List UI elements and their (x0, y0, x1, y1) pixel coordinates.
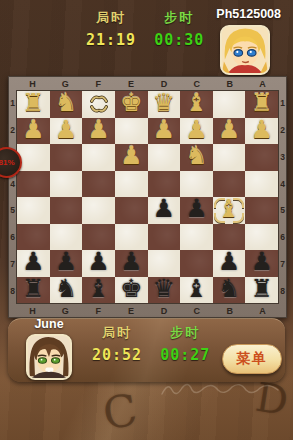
piece-bP-h7[interactable]: ♟ (22, 249, 44, 274)
move-time-value: 00:27 (160, 346, 210, 364)
square-g2[interactable]: ♟ (50, 118, 83, 145)
piece-bP-b7[interactable]: ♟ (218, 249, 240, 274)
player-name: June (26, 317, 72, 331)
square-e2[interactable] (115, 118, 148, 145)
piece-wP-e3[interactable]: ♟ (120, 143, 142, 168)
rank-label: 1 (277, 90, 288, 117)
piece-bR-h8[interactable]: ♜ (22, 276, 44, 301)
square-c1[interactable]: ♝ (180, 91, 213, 118)
square-a8[interactable]: ♜ (245, 277, 278, 304)
rank-labels-right: 12345678 (277, 90, 288, 304)
chess-app-root: 局时 21:19 步时 00:30 Ph5125008 HGFEDCBA (0, 0, 293, 440)
piece-wB-c1[interactable]: ♝ (185, 90, 207, 115)
square-c6[interactable] (180, 224, 213, 251)
square-e8[interactable]: ♚ (115, 277, 148, 304)
square-e3[interactable]: ♟ (115, 144, 148, 171)
piece-bR-a8[interactable]: ♜ (250, 276, 272, 301)
piece-bP-c5[interactable]: ♟ (185, 196, 207, 221)
square-f7[interactable]: ♟ (82, 250, 115, 277)
square-f4[interactable] (82, 171, 115, 198)
file-label: A (246, 304, 279, 317)
rank-label: 7 (277, 251, 288, 278)
square-f3[interactable] (82, 144, 115, 171)
rank-label: 2 (277, 117, 288, 144)
piece-bQ-d8[interactable]: ♛ (153, 276, 175, 301)
square-d5[interactable]: ♟ (148, 197, 181, 224)
rank-label: 4 (277, 170, 288, 197)
square-b7[interactable]: ♟ (213, 250, 246, 277)
square-a2[interactable]: ♟ (245, 118, 278, 145)
rank-label: 6 (7, 224, 18, 251)
file-label: F (82, 77, 115, 90)
piece-wP-a2[interactable]: ♟ (250, 117, 272, 142)
wood-letter-c: C (99, 384, 140, 440)
move-time-value: 00:30 (154, 31, 204, 49)
square-b4[interactable] (213, 171, 246, 198)
piece-wB-b5[interactable]: ♝ (218, 196, 240, 221)
player-move-clock: 步时 00:27 (160, 324, 210, 364)
square-a4[interactable] (245, 171, 278, 198)
opponent-avatar[interactable] (220, 25, 270, 75)
rank-label: 6 (277, 224, 288, 251)
square-f8[interactable]: ♝ (82, 277, 115, 304)
piece-wP-g2[interactable]: ♟ (55, 117, 77, 142)
square-g5[interactable] (50, 197, 83, 224)
square-f1[interactable] (82, 91, 115, 118)
last-move-from-marker (82, 91, 115, 118)
rank-label: 7 (7, 251, 18, 278)
square-h7[interactable]: ♟ (17, 250, 50, 277)
move-time-label: 步时 (170, 324, 200, 342)
square-h8[interactable]: ♜ (17, 277, 50, 304)
square-g4[interactable] (50, 171, 83, 198)
square-c3[interactable]: ♞ (180, 144, 213, 171)
piece-wQ-d1[interactable]: ♛ (153, 90, 175, 115)
square-g8[interactable]: ♞ (50, 277, 83, 304)
opponent-move-clock: 步时 00:30 (154, 9, 204, 49)
file-label: F (82, 304, 115, 317)
square-a1[interactable]: ♜ (245, 91, 278, 118)
file-label: C (180, 304, 213, 317)
square-a7[interactable]: ♟ (245, 250, 278, 277)
square-b5[interactable]: ♝ (213, 197, 246, 224)
rank-label: 3 (277, 144, 288, 171)
square-g7[interactable]: ♟ (50, 250, 83, 277)
square-h3[interactable] (17, 144, 50, 171)
square-a3[interactable] (245, 144, 278, 171)
square-b6[interactable] (213, 224, 246, 251)
square-d1[interactable]: ♛ (148, 91, 181, 118)
game-time-value: 21:19 (86, 31, 136, 49)
file-labels-bottom: HGFEDCBA (16, 304, 279, 317)
piece-wP-b2[interactable]: ♟ (218, 117, 240, 142)
square-b3[interactable] (213, 144, 246, 171)
piece-bN-g8[interactable]: ♞ (55, 276, 77, 301)
piece-bK-e8[interactable]: ♚ (120, 276, 142, 301)
square-a6[interactable] (245, 224, 278, 251)
rank-label: 8 (277, 277, 288, 304)
game-time-value: 20:52 (92, 346, 142, 364)
file-label: E (115, 304, 148, 317)
piece-bP-d5[interactable]: ♟ (153, 196, 175, 221)
game-time-label: 局时 (96, 9, 126, 27)
piece-wK-e1[interactable]: ♚ (120, 90, 142, 115)
opponent-game-clock: 局时 21:19 (86, 9, 136, 49)
square-c2[interactable]: ♟ (180, 118, 213, 145)
square-h2[interactable]: ♟ (17, 118, 50, 145)
square-d3[interactable] (148, 144, 181, 171)
piece-bB-f8[interactable]: ♝ (87, 276, 109, 301)
opponent-clock-panel: 局时 21:19 步时 00:30 (86, 9, 204, 49)
player-game-clock: 局时 20:52 (92, 324, 142, 364)
square-f6[interactable] (82, 224, 115, 251)
square-b8[interactable]: ♞ (213, 277, 246, 304)
piece-bB-c8[interactable]: ♝ (185, 276, 207, 301)
piece-bP-g7[interactable]: ♟ (55, 249, 77, 274)
square-e5[interactable] (115, 197, 148, 224)
square-h1[interactable]: ♜ (17, 91, 50, 118)
square-e1[interactable]: ♚ (115, 91, 148, 118)
piece-bP-f7[interactable]: ♟ (87, 249, 109, 274)
square-d2[interactable]: ♟ (148, 118, 181, 145)
square-c8[interactable]: ♝ (180, 277, 213, 304)
square-b1[interactable] (213, 91, 246, 118)
file-label: G (49, 304, 82, 317)
piece-bN-b8[interactable]: ♞ (218, 276, 240, 301)
square-g1[interactable]: ♞ (50, 91, 83, 118)
rank-label: 5 (277, 197, 288, 224)
file-label: B (213, 304, 246, 317)
file-label: D (148, 304, 181, 317)
piece-wN-c3[interactable]: ♞ (185, 143, 207, 168)
square-a5[interactable] (245, 197, 278, 224)
piece-wR-a1[interactable]: ♜ (250, 90, 272, 115)
opponent-name: Ph5125008 (216, 7, 281, 21)
square-d8[interactable]: ♛ (148, 277, 181, 304)
piece-wP-c2[interactable]: ♟ (185, 117, 207, 142)
rank-labels-left: 12345678 (7, 90, 18, 304)
chess-board: HGFEDCBA HGFEDCBA 12345678 12345678 ♜♞♚♛… (8, 76, 287, 318)
square-f5[interactable] (82, 197, 115, 224)
square-f2[interactable]: ♟ (82, 118, 115, 145)
square-c5[interactable]: ♟ (180, 197, 213, 224)
rank-label: 5 (7, 197, 18, 224)
piece-bP-e7[interactable]: ♟ (120, 249, 142, 274)
square-d7[interactable] (148, 250, 181, 277)
piece-bP-a7[interactable]: ♟ (250, 249, 272, 274)
square-d4[interactable] (148, 171, 181, 198)
player-clock-panel: 局时 20:52 步时 00:27 (92, 324, 210, 364)
file-label: B (213, 77, 246, 90)
square-e6[interactable] (115, 224, 148, 251)
move-time-label: 步时 (164, 9, 194, 27)
piece-wR-h1[interactable]: ♜ (22, 90, 44, 115)
rank-label: 8 (7, 277, 18, 304)
board-squares: ♜♞♚♛♝♜♟♟♟♟♟♟♟♟♞♟♟♝♟♟♟♟♟♟♜♞♝♚♛♝♞♜ (16, 90, 279, 304)
player-avatar[interactable] (26, 334, 72, 380)
square-h6[interactable] (17, 224, 50, 251)
square-c4[interactable] (180, 171, 213, 198)
piece-wP-f2[interactable]: ♟ (87, 117, 109, 142)
square-h5[interactable] (17, 197, 50, 224)
square-g3[interactable] (50, 144, 83, 171)
square-e4[interactable] (115, 171, 148, 198)
square-g6[interactable] (50, 224, 83, 251)
rank-label: 1 (7, 90, 18, 117)
rank-label: 2 (7, 117, 18, 144)
square-b2[interactable]: ♟ (213, 118, 246, 145)
file-label: H (16, 304, 49, 317)
square-e7[interactable]: ♟ (115, 250, 148, 277)
piece-wN-g1[interactable]: ♞ (55, 90, 77, 115)
piece-wP-h2[interactable]: ♟ (22, 117, 44, 142)
square-c7[interactable] (180, 250, 213, 277)
square-d6[interactable] (148, 224, 181, 251)
square-h4[interactable] (17, 171, 50, 198)
game-time-label: 局时 (102, 324, 132, 342)
piece-wP-d2[interactable]: ♟ (153, 117, 175, 142)
menu-button[interactable]: 菜单 (222, 344, 282, 374)
